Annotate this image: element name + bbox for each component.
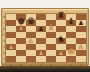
- white-pawn-f2[interactable]: ♟: [56, 50, 66, 56]
- rank-coordinates: 87654321: [3, 14, 6, 62]
- photo-stage: ♜♚♛♝♟♝♟♝♟♞♟♟♟♟♚ abcdefgh 87654321: [0, 0, 90, 72]
- chess-board-frame: ♜♚♛♝♟♝♟♝♟♞♟♟♟♟♚ abcdefgh 87654321: [1, 8, 89, 66]
- black-queen-c7[interactable]: ♛: [26, 17, 36, 26]
- white-pawn-a3[interactable]: ♟: [6, 44, 16, 50]
- pieces-layer: ♜♚♛♝♟♝♟♝♟♞♟♟♟♟♚: [6, 14, 86, 62]
- rank-label-1: 1: [3, 56, 6, 62]
- black-knight-f4[interactable]: ♞: [56, 36, 66, 44]
- white-bishop-b6[interactable]: ♝: [16, 24, 26, 32]
- white-pawn-c4[interactable]: ♟: [26, 38, 36, 44]
- table-shadow: [0, 66, 90, 72]
- white-pawn-d2[interactable]: ♟: [36, 50, 46, 56]
- white-pawn-h3[interactable]: ♟: [76, 44, 86, 50]
- white-bishop-e6[interactable]: ♝: [46, 24, 56, 32]
- black-pawn-d6[interactable]: ♟: [36, 26, 46, 32]
- black-pawn-h7[interactable]: ♟: [76, 20, 86, 26]
- black-rook-f8[interactable]: ♜: [56, 12, 66, 20]
- black-bishop-g7[interactable]: ♝: [66, 18, 76, 26]
- white-king-g2[interactable]: ♚: [66, 47, 76, 56]
